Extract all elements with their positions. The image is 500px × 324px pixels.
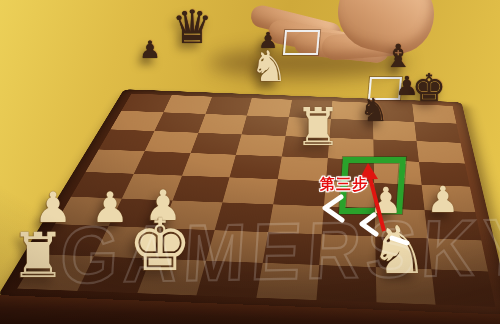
square-h7[interactable] (414, 122, 460, 143)
square-e1[interactable] (256, 263, 319, 300)
square-f2[interactable] (319, 234, 375, 267)
square-h1[interactable] (432, 269, 496, 306)
step-label: 第三步 (320, 175, 368, 194)
square-d2[interactable] (206, 230, 268, 263)
piece-white-rook-a1[interactable]: ♜ (10, 225, 66, 287)
piece-white-pawn-b2[interactable]: ♟ (91, 187, 129, 229)
piece-black-knight-g5[interactable]: ♞ (360, 94, 389, 126)
square-d4[interactable] (223, 177, 278, 204)
square-c7[interactable] (198, 114, 247, 134)
piece-white-pawn-h2[interactable]: ♟ (427, 182, 459, 218)
square-e3[interactable] (268, 204, 324, 234)
square-c5[interactable] (182, 153, 236, 177)
piece-white-rook-e4[interactable]: ♜ (295, 101, 342, 153)
square-d7[interactable] (242, 115, 289, 135)
table-surface: ♛♟♟♝♟♚♞♞♜♟♟♟♜♚♟♟♞ GAMERSKY 第三步 (0, 0, 500, 324)
square-d1[interactable] (197, 261, 263, 298)
piece-white-knight-d6[interactable]: ♞ (250, 46, 288, 88)
square-b6[interactable] (144, 131, 198, 153)
square-c8[interactable] (205, 97, 252, 116)
square-h2[interactable] (428, 238, 488, 271)
square-h6[interactable] (417, 141, 465, 164)
square-b7[interactable] (154, 112, 205, 132)
square-d8[interactable] (247, 98, 292, 117)
square-d3[interactable] (215, 202, 273, 232)
square-d5[interactable] (230, 155, 282, 179)
piece-black-bishop-g7[interactable]: ♝ (384, 40, 413, 72)
piece-black-pawn-a7[interactable]: ♟ (139, 38, 161, 62)
square-c6[interactable] (190, 133, 242, 155)
piece-black-king-h6[interactable]: ♚ (412, 69, 446, 107)
last-move-marker-e8 (283, 30, 320, 55)
square-b8[interactable] (163, 95, 211, 114)
square-e4[interactable] (273, 179, 326, 206)
square-f1[interactable] (316, 265, 376, 302)
piece-black-queen-b8[interactable]: ♛ (171, 4, 212, 50)
square-e2[interactable] (263, 232, 322, 265)
piece-white-knight-g1[interactable]: ♞ (369, 217, 428, 283)
square-d6[interactable] (236, 134, 285, 156)
piece-white-king-d1[interactable]: ♚ (128, 209, 193, 281)
